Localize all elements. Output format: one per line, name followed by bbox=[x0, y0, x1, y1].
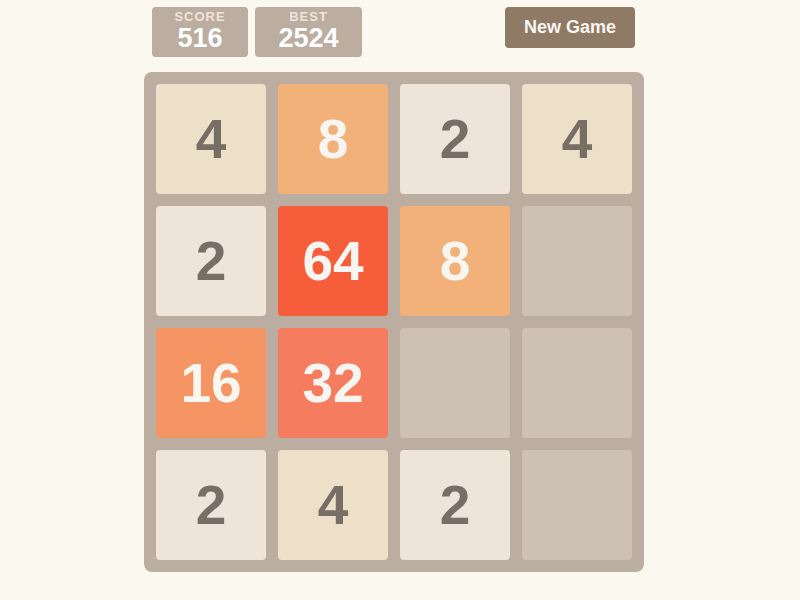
empty-cell bbox=[522, 328, 632, 438]
empty-cell bbox=[522, 450, 632, 560]
tile-8: 8 bbox=[278, 84, 388, 194]
game-board[interactable]: 482426481632242 bbox=[144, 72, 644, 572]
tile-16: 16 bbox=[156, 328, 266, 438]
empty-cell bbox=[522, 206, 632, 316]
empty-cell bbox=[400, 328, 510, 438]
tile-4: 4 bbox=[278, 450, 388, 560]
tile-8: 8 bbox=[400, 206, 510, 316]
tile-2: 2 bbox=[400, 84, 510, 194]
score-box: SCORE 516 bbox=[152, 7, 248, 57]
new-game-button[interactable]: New Game bbox=[505, 7, 635, 48]
tile-2: 2 bbox=[156, 450, 266, 560]
tile-2: 2 bbox=[156, 206, 266, 316]
score-label: SCORE bbox=[174, 10, 225, 24]
tile-4: 4 bbox=[522, 84, 632, 194]
best-label: BEST bbox=[289, 10, 328, 24]
best-box: BEST 2524 bbox=[255, 7, 362, 57]
game-stage: SCORE 516 BEST 2524 New Game 48242648163… bbox=[0, 0, 800, 600]
score-value: 516 bbox=[177, 24, 222, 54]
tile-32: 32 bbox=[278, 328, 388, 438]
tile-64: 64 bbox=[278, 206, 388, 316]
tile-4: 4 bbox=[156, 84, 266, 194]
best-value: 2524 bbox=[278, 24, 338, 54]
tile-2: 2 bbox=[400, 450, 510, 560]
